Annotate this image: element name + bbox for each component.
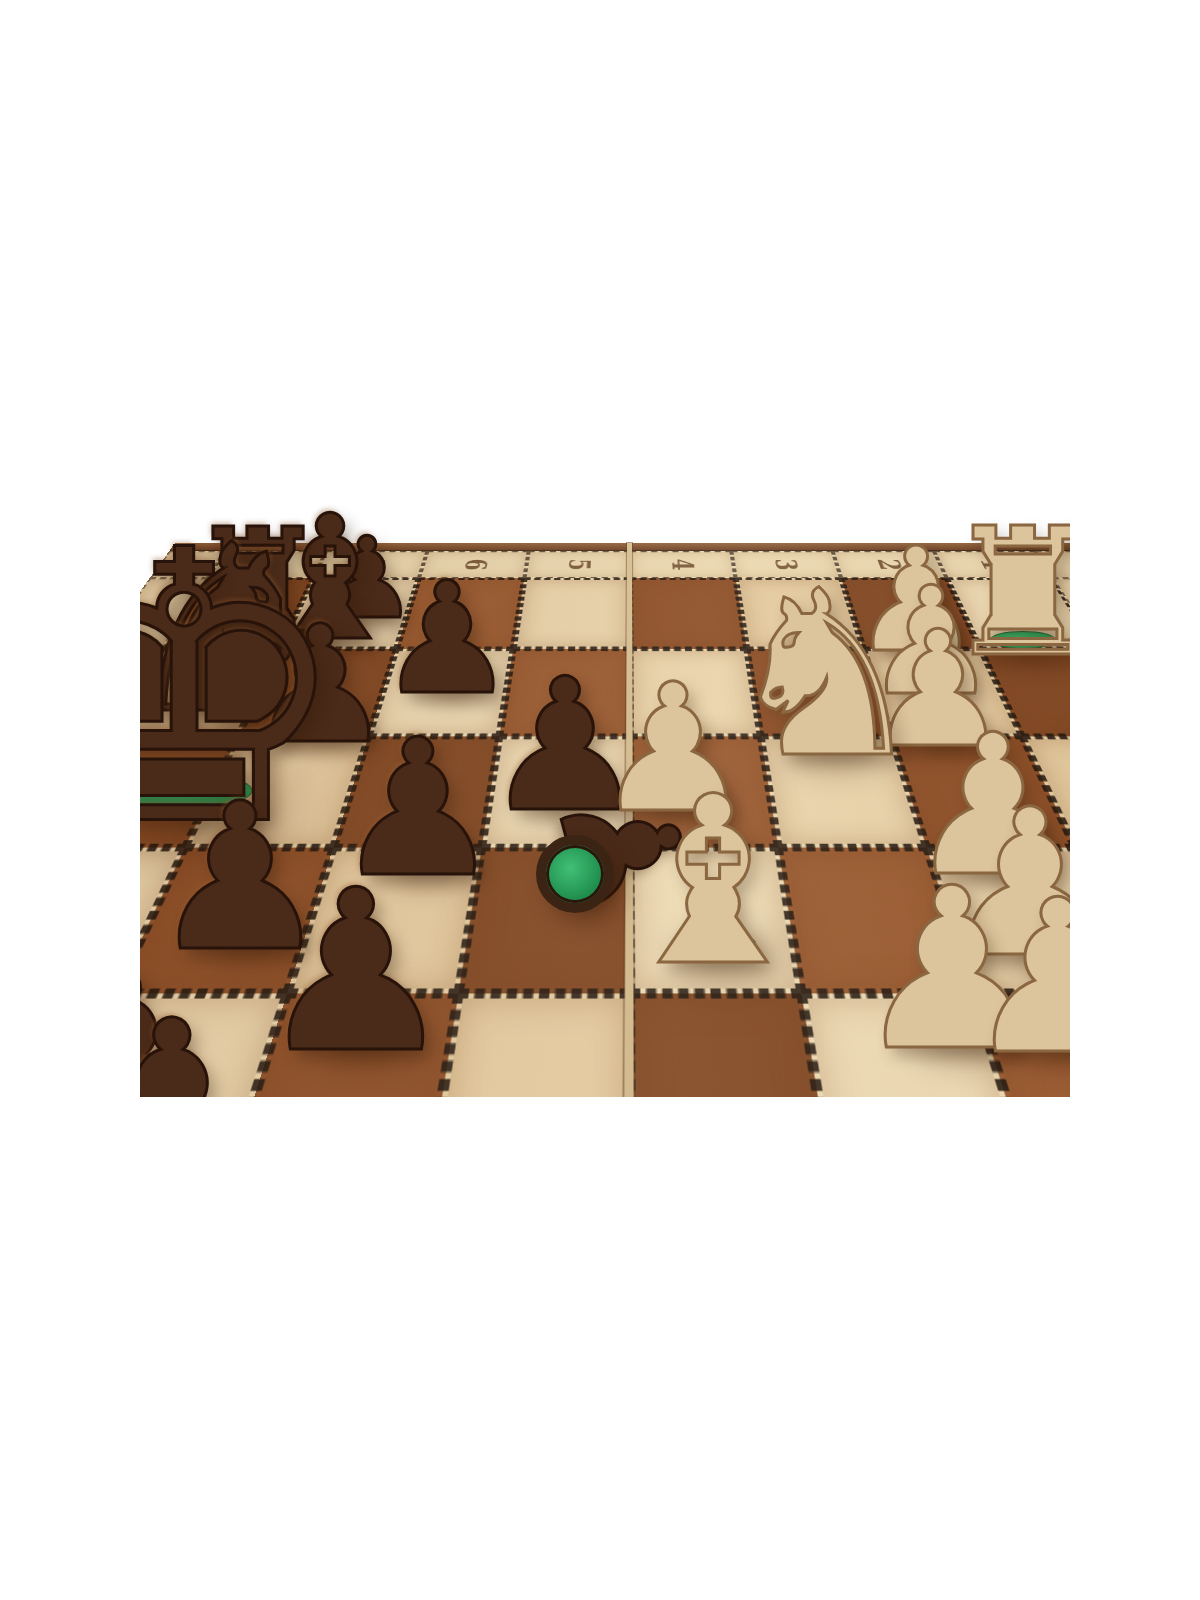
fallen-piece-felt-base	[536, 835, 614, 913]
piece-black-partial-bottom: ♟	[140, 990, 275, 1097]
chess-pawn-icon: ♟	[963, 872, 1070, 1084]
piece-white-bishop: ♝	[609, 766, 817, 998]
pieces-layer: ♜♞♚♝♟♟♟♟♟♟♟♟♟♜♟♟♞♟♟♝♟♟♟♟♟	[140, 497, 1070, 1097]
piece-white-pawn-8: ♟	[963, 872, 1070, 1084]
piece-black-pawn-6: ♟	[256, 861, 456, 1084]
chess-bishop-icon: ♝	[609, 766, 817, 998]
chess-pawn-icon: ♟	[256, 861, 456, 1084]
photo-area: 87654321 ♜♞♚♝♟♟♟♟♟♟♟♟♟♜♟♟♞♟♟♝♟♟♟♟♟	[140, 497, 1070, 1097]
chess-pawn-icon: ♟	[140, 990, 275, 1097]
